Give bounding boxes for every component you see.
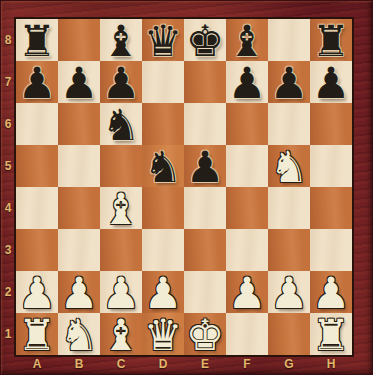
square-a2[interactable]: ♟: [16, 271, 58, 313]
square-d1[interactable]: ♛: [142, 313, 184, 355]
square-b4[interactable]: [58, 187, 100, 229]
square-h6[interactable]: [310, 103, 352, 145]
square-g3[interactable]: [268, 229, 310, 271]
square-a7[interactable]: ♟: [16, 61, 58, 103]
square-h5[interactable]: [310, 145, 352, 187]
chess-board: ♜♝♛♚♝♜♟♟♟♟♟♟♞♞♟♞♝♟♟♟♟♟♟♟♜♞♝♛♚♜: [16, 19, 352, 355]
square-b2[interactable]: ♟: [58, 271, 100, 313]
square-f5[interactable]: [226, 145, 268, 187]
file-label-g: G: [268, 355, 310, 373]
square-f6[interactable]: [226, 103, 268, 145]
square-b1[interactable]: ♞: [58, 313, 100, 355]
square-b6[interactable]: [58, 103, 100, 145]
square-b7[interactable]: ♟: [58, 61, 100, 103]
square-f4[interactable]: [226, 187, 268, 229]
square-h2[interactable]: ♟: [310, 271, 352, 313]
white-pawn-piece[interactable]: ♟: [16, 271, 58, 313]
square-b8[interactable]: [58, 19, 100, 61]
square-e1[interactable]: ♚: [184, 313, 226, 355]
rank-label-1: 1: [0, 313, 16, 355]
black-pawn-piece[interactable]: ♟: [100, 61, 142, 103]
square-h4[interactable]: [310, 187, 352, 229]
square-g5[interactable]: ♞: [268, 145, 310, 187]
black-pawn-piece[interactable]: ♟: [58, 61, 100, 103]
square-c2[interactable]: ♟: [100, 271, 142, 313]
white-pawn-piece[interactable]: ♟: [268, 271, 310, 313]
square-c3[interactable]: [100, 229, 142, 271]
square-h8[interactable]: ♜: [310, 19, 352, 61]
square-f3[interactable]: [226, 229, 268, 271]
square-e5[interactable]: ♟: [184, 145, 226, 187]
square-h3[interactable]: [310, 229, 352, 271]
white-rook-piece[interactable]: ♜: [16, 313, 58, 355]
square-c5[interactable]: [100, 145, 142, 187]
square-b5[interactable]: [58, 145, 100, 187]
white-king-piece[interactable]: ♚: [184, 313, 226, 355]
white-pawn-piece[interactable]: ♟: [310, 271, 352, 313]
square-f7[interactable]: ♟: [226, 61, 268, 103]
square-f1[interactable]: [226, 313, 268, 355]
square-d8[interactable]: ♛: [142, 19, 184, 61]
white-queen-piece[interactable]: ♛: [142, 313, 184, 355]
square-a5[interactable]: [16, 145, 58, 187]
square-h1[interactable]: ♜: [310, 313, 352, 355]
black-pawn-piece[interactable]: ♟: [16, 61, 58, 103]
square-e2[interactable]: [184, 271, 226, 313]
black-knight-piece[interactable]: ♞: [100, 103, 142, 145]
white-pawn-piece[interactable]: ♟: [142, 271, 184, 313]
white-bishop-piece[interactable]: ♝: [100, 187, 142, 229]
square-c8[interactable]: ♝: [100, 19, 142, 61]
white-rook-piece[interactable]: ♜: [310, 313, 352, 355]
square-a3[interactable]: [16, 229, 58, 271]
white-pawn-piece[interactable]: ♟: [226, 271, 268, 313]
black-pawn-piece[interactable]: ♟: [310, 61, 352, 103]
square-c6[interactable]: ♞: [100, 103, 142, 145]
square-c4[interactable]: ♝: [100, 187, 142, 229]
rank-label-4: 4: [0, 187, 16, 229]
square-d2[interactable]: ♟: [142, 271, 184, 313]
square-c7[interactable]: ♟: [100, 61, 142, 103]
black-rook-piece[interactable]: ♜: [310, 19, 352, 61]
rank-label-8: 8: [0, 19, 16, 61]
square-b3[interactable]: [58, 229, 100, 271]
black-queen-piece[interactable]: ♛: [142, 19, 184, 61]
file-label-f: F: [226, 355, 268, 373]
chess-board-window: 87654321 ABCDEFGH ♜♝♛♚♝♜♟♟♟♟♟♟♞♞♟♞♝♟♟♟♟♟…: [0, 0, 373, 375]
black-knight-piece[interactable]: ♞: [142, 145, 184, 187]
square-d4[interactable]: [142, 187, 184, 229]
rank-labels: 87654321: [0, 19, 16, 355]
square-e3[interactable]: [184, 229, 226, 271]
black-king-piece[interactable]: ♚: [184, 19, 226, 61]
square-a1[interactable]: ♜: [16, 313, 58, 355]
square-d3[interactable]: [142, 229, 184, 271]
black-pawn-piece[interactable]: ♟: [184, 145, 226, 187]
white-knight-piece[interactable]: ♞: [268, 145, 310, 187]
square-d7[interactable]: [142, 61, 184, 103]
rank-label-7: 7: [0, 61, 16, 103]
square-g7[interactable]: ♟: [268, 61, 310, 103]
black-bishop-piece[interactable]: ♝: [226, 19, 268, 61]
rank-label-3: 3: [0, 229, 16, 271]
rank-label-5: 5: [0, 145, 16, 187]
square-d5[interactable]: ♞: [142, 145, 184, 187]
black-pawn-piece[interactable]: ♟: [226, 61, 268, 103]
white-pawn-piece[interactable]: ♟: [100, 271, 142, 313]
rank-label-6: 6: [0, 103, 16, 145]
square-e7[interactable]: [184, 61, 226, 103]
black-bishop-piece[interactable]: ♝: [100, 19, 142, 61]
square-f8[interactable]: ♝: [226, 19, 268, 61]
rank-label-2: 2: [0, 271, 16, 313]
square-d6[interactable]: [142, 103, 184, 145]
square-e4[interactable]: [184, 187, 226, 229]
square-g8[interactable]: [268, 19, 310, 61]
square-c1[interactable]: ♝: [100, 313, 142, 355]
black-pawn-piece[interactable]: ♟: [268, 61, 310, 103]
square-g2[interactable]: ♟: [268, 271, 310, 313]
square-g4[interactable]: [268, 187, 310, 229]
square-e6[interactable]: [184, 103, 226, 145]
square-a4[interactable]: [16, 187, 58, 229]
square-g1[interactable]: [268, 313, 310, 355]
square-h7[interactable]: ♟: [310, 61, 352, 103]
square-g6[interactable]: [268, 103, 310, 145]
square-e8[interactable]: ♚: [184, 19, 226, 61]
square-f2[interactable]: ♟: [226, 271, 268, 313]
square-a6[interactable]: [16, 103, 58, 145]
black-rook-piece[interactable]: ♜: [16, 19, 58, 61]
white-knight-piece[interactable]: ♞: [58, 313, 100, 355]
white-pawn-piece[interactable]: ♟: [58, 271, 100, 313]
white-bishop-piece[interactable]: ♝: [100, 313, 142, 355]
square-a8[interactable]: ♜: [16, 19, 58, 61]
